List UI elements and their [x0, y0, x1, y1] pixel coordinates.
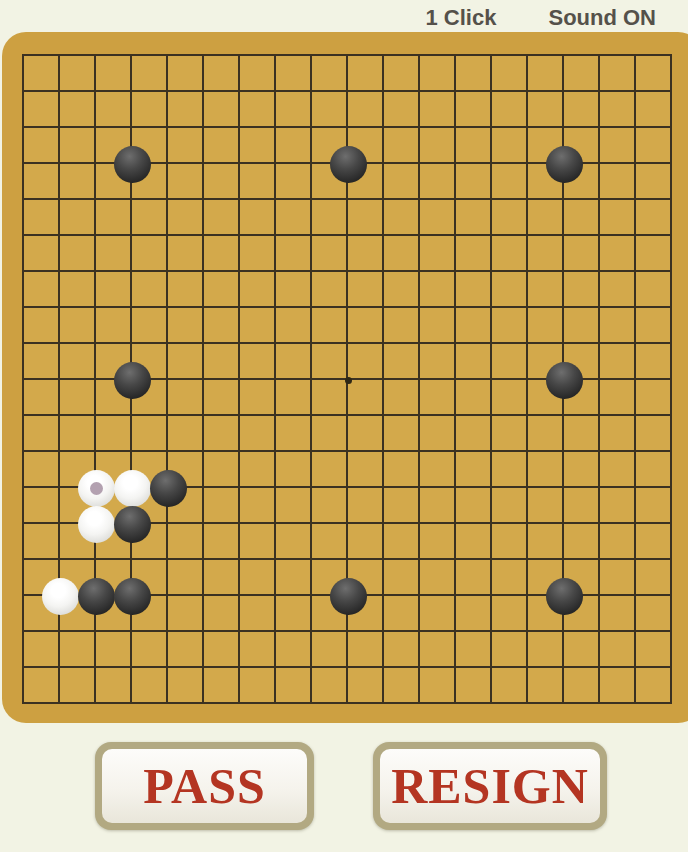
black-stone [114, 362, 151, 399]
app-screen: 1 Click Sound ON PASS RESIGN [0, 0, 688, 852]
black-stone [546, 578, 583, 615]
star-point-tengen [345, 377, 352, 384]
status-bar: 1 Click Sound ON [0, 0, 688, 33]
black-stone [330, 146, 367, 183]
resign-button-label: RESIGN [391, 761, 589, 811]
black-stone [150, 470, 187, 507]
sound-toggle[interactable]: Sound ON [548, 3, 656, 33]
goban [2, 32, 688, 723]
black-stone [114, 506, 151, 543]
white-stone [114, 470, 151, 507]
resign-button-face: RESIGN [380, 749, 600, 823]
black-stone [330, 578, 367, 615]
last-move-marker [90, 482, 103, 495]
black-stone [546, 362, 583, 399]
stone-grid [6, 38, 688, 722]
move-mode-toggle[interactable]: 1 Click [426, 3, 497, 33]
black-stone [546, 146, 583, 183]
white-stone [78, 506, 115, 543]
pass-button-label: PASS [143, 761, 266, 811]
white-stone [78, 470, 115, 507]
black-stone [114, 146, 151, 183]
pass-button[interactable]: PASS [95, 742, 314, 830]
white-stone [42, 578, 79, 615]
black-stone [114, 578, 151, 615]
pass-button-face: PASS [102, 749, 307, 823]
resign-button[interactable]: RESIGN [373, 742, 607, 830]
black-stone [78, 578, 115, 615]
